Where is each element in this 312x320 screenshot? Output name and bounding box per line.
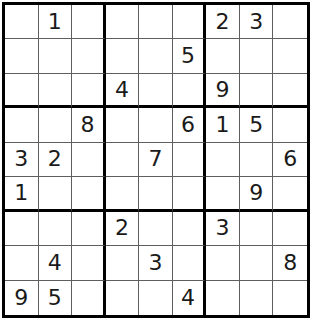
- cell-r6c2[interactable]: [39, 177, 73, 211]
- cell-r6c4[interactable]: [106, 177, 140, 211]
- cell-r3c3[interactable]: [72, 74, 106, 108]
- cell-r1c2[interactable]: 1: [39, 5, 73, 39]
- cell-r8c5[interactable]: 3: [139, 246, 173, 280]
- given-digit: 7: [148, 148, 162, 170]
- cell-r9c7[interactable]: [206, 281, 240, 315]
- cell-r8c6[interactable]: [173, 246, 207, 280]
- cell-r9c9[interactable]: [273, 281, 307, 315]
- cell-r4c3[interactable]: 8: [72, 108, 106, 142]
- cell-r5c8[interactable]: [240, 143, 274, 177]
- cell-r4c9[interactable]: [273, 108, 307, 142]
- cell-r2c1[interactable]: [5, 39, 39, 73]
- given-digit: 1: [48, 11, 62, 33]
- cell-r6c3[interactable]: [72, 177, 106, 211]
- cell-r9c6[interactable]: 4: [173, 281, 207, 315]
- given-digit: 9: [216, 79, 230, 101]
- cell-r5c2[interactable]: 2: [39, 143, 73, 177]
- cell-r8c4[interactable]: [106, 246, 140, 280]
- cell-r3c9[interactable]: [273, 74, 307, 108]
- cell-r9c8[interactable]: [240, 281, 274, 315]
- cell-r3c2[interactable]: [39, 74, 73, 108]
- cell-r1c7[interactable]: 2: [206, 5, 240, 39]
- given-digit: 3: [249, 11, 263, 33]
- cell-r2c3[interactable]: [72, 39, 106, 73]
- cell-r5c3[interactable]: [72, 143, 106, 177]
- cell-r7c9[interactable]: [273, 212, 307, 246]
- cell-r5c5[interactable]: 7: [139, 143, 173, 177]
- cell-r7c3[interactable]: [72, 212, 106, 246]
- cell-r3c4[interactable]: 4: [106, 74, 140, 108]
- cell-r2c8[interactable]: [240, 39, 274, 73]
- cell-r4c5[interactable]: [139, 108, 173, 142]
- cell-r5c1[interactable]: 3: [5, 143, 39, 177]
- cell-r5c6[interactable]: [173, 143, 207, 177]
- cell-r6c6[interactable]: [173, 177, 207, 211]
- cell-r3c5[interactable]: [139, 74, 173, 108]
- cell-r7c4[interactable]: 2: [106, 212, 140, 246]
- cell-r8c8[interactable]: [240, 246, 274, 280]
- given-digit: 4: [48, 252, 62, 274]
- cell-r8c9[interactable]: 8: [273, 246, 307, 280]
- given-digit: 3: [14, 148, 28, 170]
- cell-r9c1[interactable]: 9: [5, 281, 39, 315]
- cell-r9c4[interactable]: [106, 281, 140, 315]
- cell-r1c3[interactable]: [72, 5, 106, 39]
- given-digit: 5: [48, 287, 62, 309]
- cell-r4c2[interactable]: [39, 108, 73, 142]
- cell-r5c9[interactable]: 6: [273, 143, 307, 177]
- given-digit: 6: [283, 148, 297, 170]
- given-digit: 3: [216, 217, 230, 239]
- cell-r1c8[interactable]: 3: [240, 5, 274, 39]
- given-digit: 4: [181, 287, 195, 309]
- cell-r6c5[interactable]: [139, 177, 173, 211]
- cell-r7c6[interactable]: [173, 212, 207, 246]
- given-digit: 1: [14, 182, 28, 204]
- cell-r2c6[interactable]: 5: [173, 39, 207, 73]
- cell-r6c9[interactable]: [273, 177, 307, 211]
- given-digit: 9: [14, 287, 28, 309]
- cell-r8c3[interactable]: [72, 246, 106, 280]
- cell-r4c7[interactable]: 1: [206, 108, 240, 142]
- cell-r2c2[interactable]: [39, 39, 73, 73]
- given-digit: 3: [148, 252, 162, 274]
- cell-r5c4[interactable]: [106, 143, 140, 177]
- sudoku-board: 123549861532761923438954: [2, 2, 310, 318]
- given-digit: 2: [216, 11, 230, 33]
- cell-r7c5[interactable]: [139, 212, 173, 246]
- given-digit: 2: [115, 217, 129, 239]
- cell-r1c6[interactable]: [173, 5, 207, 39]
- cell-r4c6[interactable]: 6: [173, 108, 207, 142]
- cell-r2c9[interactable]: [273, 39, 307, 73]
- given-digit: 8: [80, 114, 94, 136]
- cell-r7c2[interactable]: [39, 212, 73, 246]
- given-digit: 5: [249, 114, 263, 136]
- cell-r3c8[interactable]: [240, 74, 274, 108]
- given-digit: 5: [181, 45, 195, 67]
- cell-r6c7[interactable]: [206, 177, 240, 211]
- given-digit: 1: [216, 114, 230, 136]
- cell-r1c5[interactable]: [139, 5, 173, 39]
- cell-r3c7[interactable]: 9: [206, 74, 240, 108]
- cell-r9c2[interactable]: 5: [39, 281, 73, 315]
- given-digit: 6: [181, 114, 195, 136]
- cell-r7c1[interactable]: [5, 212, 39, 246]
- cell-r6c1[interactable]: 1: [5, 177, 39, 211]
- cell-r1c4[interactable]: [106, 5, 140, 39]
- cell-r5c7[interactable]: [206, 143, 240, 177]
- cell-r8c7[interactable]: [206, 246, 240, 280]
- cell-r7c8[interactable]: [240, 212, 274, 246]
- cell-r4c1[interactable]: [5, 108, 39, 142]
- cell-r8c1[interactable]: [5, 246, 39, 280]
- given-digit: 2: [48, 148, 62, 170]
- cell-r4c8[interactable]: 5: [240, 108, 274, 142]
- cell-r6c8[interactable]: 9: [240, 177, 274, 211]
- cell-r8c2[interactable]: 4: [39, 246, 73, 280]
- cell-r3c1[interactable]: [5, 74, 39, 108]
- cell-r7c7[interactable]: 3: [206, 212, 240, 246]
- given-digit: 9: [249, 182, 263, 204]
- cell-r1c1[interactable]: [5, 5, 39, 39]
- cell-r1c9[interactable]: [273, 5, 307, 39]
- cell-r2c4[interactable]: [106, 39, 140, 73]
- cell-r2c7[interactable]: [206, 39, 240, 73]
- cell-r9c3[interactable]: [72, 281, 106, 315]
- cell-r9c5[interactable]: [139, 281, 173, 315]
- given-digit: 8: [283, 252, 297, 274]
- cell-r2c5[interactable]: [139, 39, 173, 73]
- cell-r3c6[interactable]: [173, 74, 207, 108]
- given-digit: 4: [115, 79, 129, 101]
- cell-r4c4[interactable]: [106, 108, 140, 142]
